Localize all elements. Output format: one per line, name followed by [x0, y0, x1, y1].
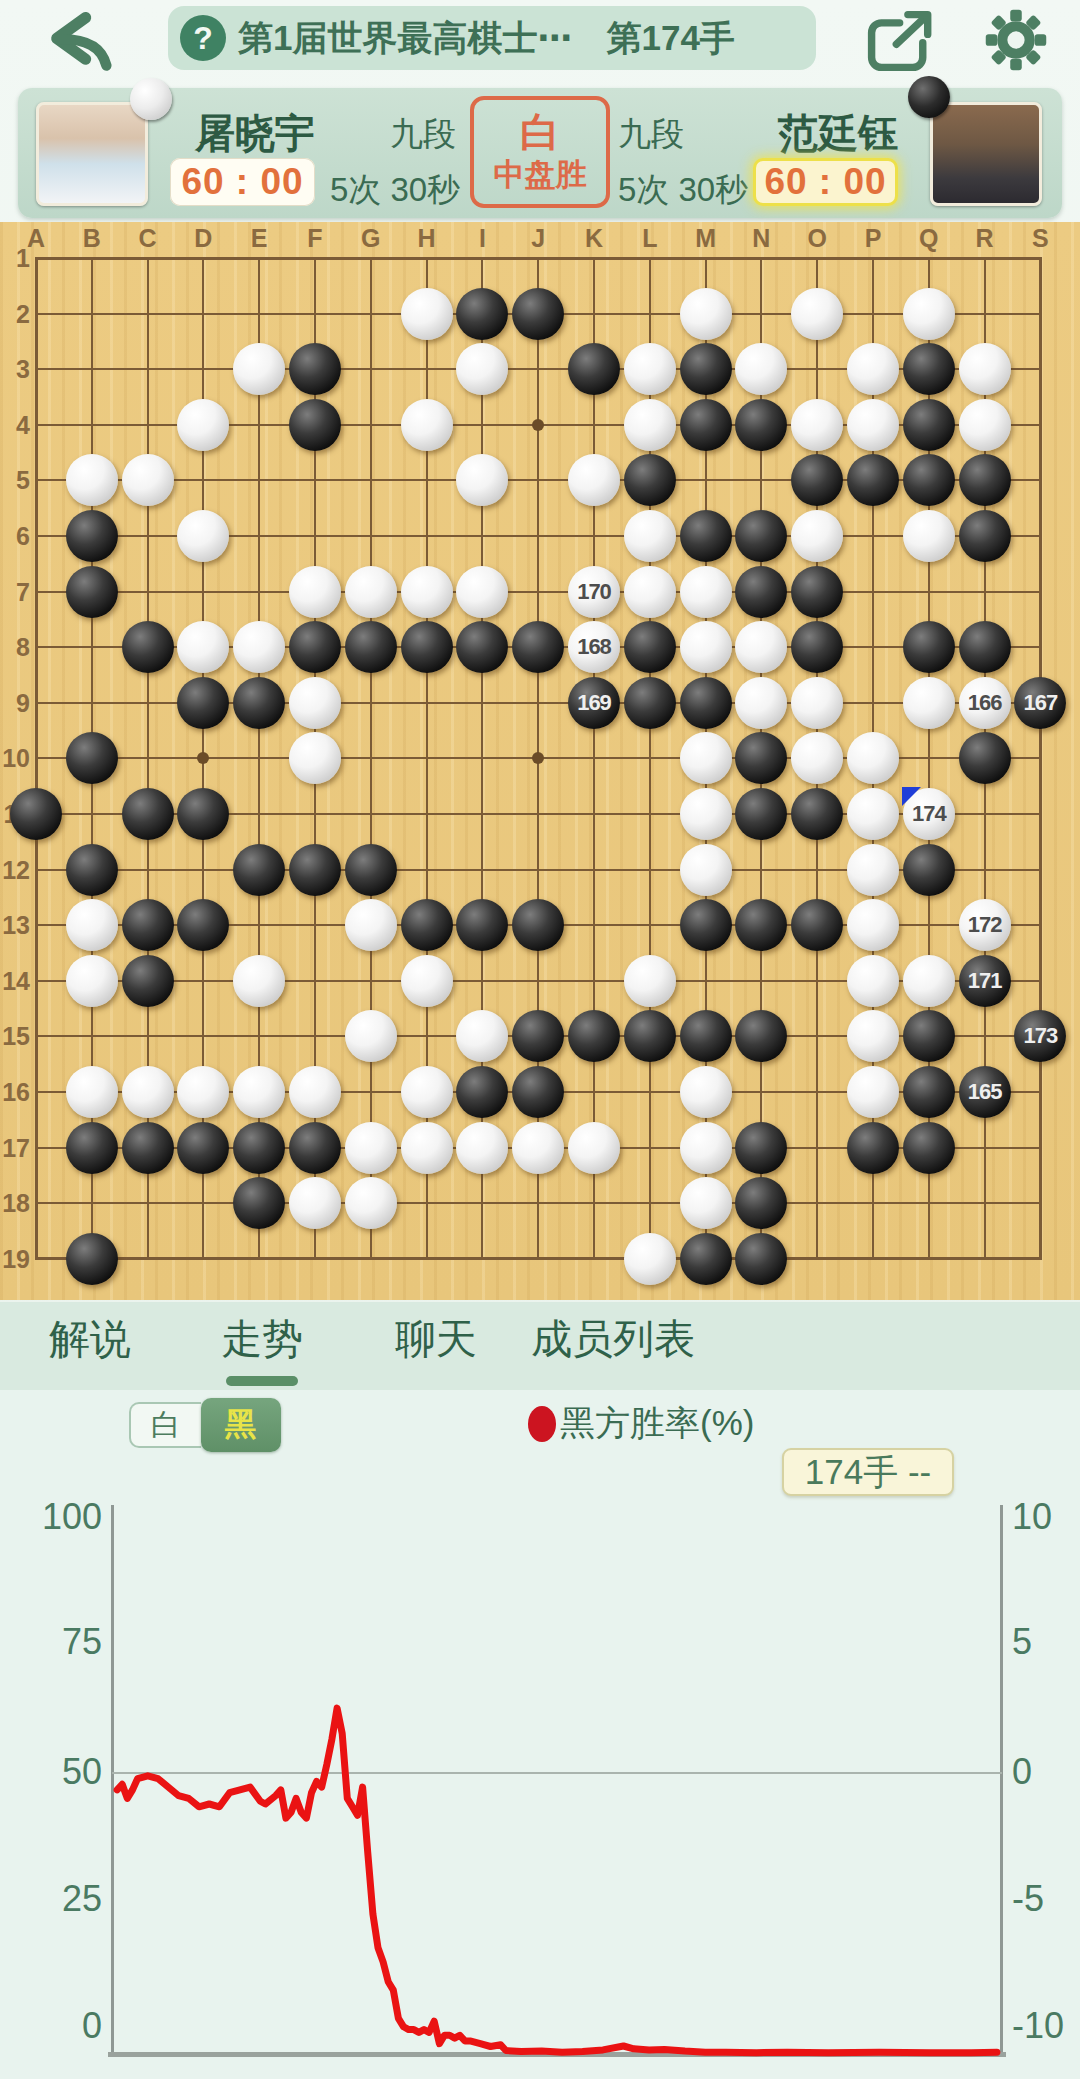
board-coord-number: 14 — [0, 967, 30, 996]
board-coord-number: 13 — [0, 911, 30, 940]
white-stone — [735, 621, 787, 673]
black-stone — [66, 510, 118, 562]
last-move-triangle-marker — [902, 787, 921, 806]
move-number-label: 172 — [959, 899, 1011, 951]
top-bar: ? 第1届世界最高棋士⋯ 第174手 — [0, 0, 1080, 82]
white-stone — [456, 454, 508, 506]
white-stone — [289, 1177, 341, 1229]
black-stone — [289, 1122, 341, 1174]
white-stone — [401, 288, 453, 340]
white-stone — [624, 566, 676, 618]
black-stone — [456, 1066, 508, 1118]
move-counter: 第174手 — [606, 15, 734, 62]
white-stone — [624, 510, 676, 562]
board-coord-letter: K — [574, 224, 614, 253]
black-stone — [512, 288, 564, 340]
white-stone — [289, 732, 341, 784]
board-coord-number: 7 — [0, 578, 30, 607]
white-stone — [624, 955, 676, 1007]
white-stone — [903, 510, 955, 562]
white-stone — [345, 1177, 397, 1229]
white-stone — [345, 1122, 397, 1174]
white-stone — [177, 621, 229, 673]
black-stone — [903, 343, 955, 395]
board-coord-letter: M — [686, 224, 726, 253]
go-board[interactable]: A1B2C3D4E5F6G7H8I9J10K11L12M13N14O15P16Q… — [0, 222, 1080, 1300]
board-coord-number: 5 — [0, 466, 30, 495]
white-stone — [903, 288, 955, 340]
black-stone — [122, 955, 174, 1007]
white-stone — [959, 399, 1011, 451]
white-stone — [66, 1066, 118, 1118]
black-stone: 167 — [1014, 677, 1066, 729]
black-stone — [177, 1122, 229, 1174]
black-stone — [680, 510, 732, 562]
white-stone: 174 — [903, 788, 955, 840]
white-stone — [122, 1066, 174, 1118]
result-type: 中盘胜 — [494, 155, 587, 195]
help-question-icon[interactable]: ? — [180, 15, 226, 61]
game-result-box: 白 中盘胜 — [470, 96, 610, 208]
black-stone — [735, 788, 787, 840]
white-stone — [624, 399, 676, 451]
white-byoyomi: 5次 30秒 — [330, 168, 460, 213]
black-stone — [735, 566, 787, 618]
board-coord-letter: N — [741, 224, 781, 253]
tab-commentary[interactable]: 解说 — [42, 1312, 138, 1382]
black-stone — [122, 788, 174, 840]
black-stone — [735, 1122, 787, 1174]
white-player-name: 屠晓宇 — [170, 106, 340, 161]
white-stone — [847, 1066, 899, 1118]
black-stone — [512, 1010, 564, 1062]
white-stone — [66, 899, 118, 951]
white-stone — [680, 788, 732, 840]
player-photo-white — [36, 102, 148, 206]
black-player-clock: 60 : 00 — [753, 158, 898, 206]
white-stone — [233, 1066, 285, 1118]
white-stone — [233, 343, 285, 395]
black-stone — [512, 899, 564, 951]
white-stone — [401, 399, 453, 451]
black-stone — [624, 677, 676, 729]
white-stone — [568, 1122, 620, 1174]
black-stone — [289, 399, 341, 451]
board-coord-number: 18 — [0, 1189, 30, 1218]
board-coord-number: 4 — [0, 411, 30, 440]
black-stone — [903, 399, 955, 451]
white-player-rank: 九段 — [390, 112, 456, 157]
black-stone — [66, 566, 118, 618]
white-stone — [680, 1122, 732, 1174]
white-stone — [847, 343, 899, 395]
board-coord-number: 17 — [0, 1134, 30, 1163]
black-stone: 171 — [959, 955, 1011, 1007]
board-coord-letter: D — [183, 224, 223, 253]
white-stone — [959, 343, 1011, 395]
black-stone — [680, 343, 732, 395]
white-stone — [401, 1066, 453, 1118]
black-stone — [735, 899, 787, 951]
white-stone — [568, 454, 620, 506]
board-coord-number: 16 — [0, 1078, 30, 1107]
white-stone — [791, 288, 843, 340]
black-stone — [680, 399, 732, 451]
back-arrow-icon[interactable] — [30, 8, 122, 72]
white-stone — [289, 677, 341, 729]
white-stone — [847, 732, 899, 784]
board-coord-number: 15 — [0, 1022, 30, 1051]
white-stone — [233, 621, 285, 673]
board-coord-letter: L — [630, 224, 670, 253]
game-title: 第1届世界最高棋士⋯ — [238, 15, 572, 62]
move-number-label: 169 — [568, 677, 620, 729]
player-photo-black — [930, 102, 1042, 206]
star-point — [197, 752, 209, 764]
board-coord-number: 10 — [0, 744, 30, 773]
black-stone — [10, 788, 62, 840]
move-number-label: 170 — [568, 566, 620, 618]
black-stone — [345, 844, 397, 896]
white-stone — [791, 399, 843, 451]
white-stone — [680, 732, 732, 784]
black-stone — [735, 510, 787, 562]
board-coord-number: 2 — [0, 300, 30, 329]
white-stone — [680, 288, 732, 340]
board-coord-number: 3 — [0, 355, 30, 384]
white-stone — [289, 1066, 341, 1118]
black-stone: 169 — [568, 677, 620, 729]
black-stone — [735, 1010, 787, 1062]
black-stone — [847, 1122, 899, 1174]
board-coord-letter: F — [295, 224, 335, 253]
black-stone — [122, 899, 174, 951]
board-coord-letter: J — [518, 224, 558, 253]
move-number-label: 166 — [959, 677, 1011, 729]
board-coord-letter: O — [797, 224, 837, 253]
black-stone: 173 — [1014, 1010, 1066, 1062]
black-stone — [735, 1177, 787, 1229]
move-number-label: 168 — [568, 621, 620, 673]
white-stone — [680, 621, 732, 673]
board-coord-letter: G — [351, 224, 391, 253]
white-stone-indicator-icon — [130, 78, 172, 120]
white-stone — [456, 1122, 508, 1174]
white-stone — [735, 677, 787, 729]
tab-trend[interactable]: 走势 — [214, 1312, 310, 1382]
white-stone — [847, 788, 899, 840]
black-stone — [791, 788, 843, 840]
board-coord-letter: P — [853, 224, 893, 253]
black-stone — [624, 1010, 676, 1062]
white-stone — [847, 1010, 899, 1062]
board-coord-letter: H — [407, 224, 447, 253]
black-stone — [903, 1122, 955, 1174]
win-rate-curve — [0, 1390, 1080, 2079]
black-stone — [66, 844, 118, 896]
white-stone — [456, 343, 508, 395]
white-stone — [680, 1177, 732, 1229]
white-stone: 168 — [568, 621, 620, 673]
black-stone — [177, 788, 229, 840]
white-stone — [624, 343, 676, 395]
black-stone — [959, 621, 1011, 673]
board-grid-line — [35, 1202, 1042, 1204]
black-stone — [735, 399, 787, 451]
board-coord-letter: E — [239, 224, 279, 253]
win-rate-chart-panel: 白 黑 黑方胜率(%) 174手 -- 10075502501050-5-10 — [0, 1390, 1080, 2079]
gear-icon[interactable] — [976, 4, 1056, 76]
black-stone — [233, 677, 285, 729]
black-stone — [680, 677, 732, 729]
board-coord-number: 19 — [0, 1245, 30, 1274]
black-stone — [456, 899, 508, 951]
black-stone — [735, 1233, 787, 1285]
black-stone — [903, 621, 955, 673]
board-coord-letter: S — [1020, 224, 1060, 253]
white-stone — [401, 566, 453, 618]
white-stone — [122, 454, 174, 506]
white-stone — [735, 343, 787, 395]
move-number-label: 173 — [1014, 1010, 1066, 1062]
player-info-panel: 屠晓宇 60 : 00 九段 5次 30秒 白 中盘胜 九段 5次 30秒 范廷… — [18, 88, 1062, 218]
star-point — [532, 419, 544, 431]
tab-bar: 解说 走势 聊天 成员列表 — [0, 1302, 1080, 1390]
black-stone — [791, 566, 843, 618]
tab-chat[interactable]: 聊天 — [388, 1312, 484, 1382]
black-stone — [903, 454, 955, 506]
black-stone — [847, 454, 899, 506]
black-stone — [345, 621, 397, 673]
white-stone — [66, 955, 118, 1007]
board-coord-number: 8 — [0, 633, 30, 662]
black-stone — [66, 732, 118, 784]
black-stone — [512, 1066, 564, 1118]
white-stone — [791, 677, 843, 729]
black-stone — [177, 899, 229, 951]
black-stone — [903, 1010, 955, 1062]
white-stone — [177, 1066, 229, 1118]
white-stone — [847, 899, 899, 951]
white-stone — [512, 1122, 564, 1174]
black-stone — [903, 844, 955, 896]
board-grid-line — [35, 1257, 1042, 1260]
black-stone — [233, 1122, 285, 1174]
black-stone — [568, 343, 620, 395]
board-coord-number: 6 — [0, 522, 30, 551]
white-stone — [680, 566, 732, 618]
white-stone — [177, 510, 229, 562]
white-stone — [903, 677, 955, 729]
black-stone — [122, 621, 174, 673]
white-stone — [847, 844, 899, 896]
black-stone — [680, 1010, 732, 1062]
move-number-label: 171 — [959, 955, 1011, 1007]
white-stone — [66, 454, 118, 506]
white-stone — [791, 732, 843, 784]
white-stone — [233, 955, 285, 1007]
active-tab-underline — [226, 1376, 298, 1386]
black-stone — [289, 343, 341, 395]
white-stone — [177, 399, 229, 451]
white-player-clock: 60 : 00 — [170, 158, 315, 206]
black-stone — [735, 732, 787, 784]
result-winner: 白 — [520, 109, 560, 155]
white-stone — [289, 566, 341, 618]
white-stone — [847, 399, 899, 451]
black-stone — [791, 899, 843, 951]
black-stone — [791, 454, 843, 506]
black-stone — [289, 621, 341, 673]
app-screen: ? 第1届世界最高棋士⋯ 第174手 屠晓宇 60 : 00 九段 5次 30秒… — [0, 0, 1080, 2079]
black-stone — [624, 454, 676, 506]
black-stone — [680, 899, 732, 951]
black-player-rank: 九段 — [618, 112, 684, 157]
black-stone — [401, 899, 453, 951]
board-coord-number: 1 — [0, 244, 30, 273]
black-stone — [680, 1233, 732, 1285]
white-stone — [680, 844, 732, 896]
black-stone — [456, 288, 508, 340]
board-coord-letter: C — [128, 224, 168, 253]
white-stone — [847, 955, 899, 1007]
white-stone — [401, 1122, 453, 1174]
black-stone — [177, 677, 229, 729]
black-stone — [512, 621, 564, 673]
black-stone — [959, 510, 1011, 562]
black-stone — [568, 1010, 620, 1062]
white-stone: 166 — [959, 677, 1011, 729]
white-stone — [680, 1066, 732, 1118]
black-stone — [289, 844, 341, 896]
white-stone — [345, 566, 397, 618]
white-stone — [345, 899, 397, 951]
black-stone: 165 — [959, 1066, 1011, 1118]
black-stone — [233, 1177, 285, 1229]
black-stone — [66, 1233, 118, 1285]
black-byoyomi: 5次 30秒 — [618, 168, 748, 213]
board-coord-letter: B — [72, 224, 112, 253]
white-stone — [456, 566, 508, 618]
white-stone — [401, 955, 453, 1007]
white-stone: 172 — [959, 899, 1011, 951]
board-coord-number: 12 — [0, 856, 30, 885]
black-stone — [624, 621, 676, 673]
white-stone — [624, 1233, 676, 1285]
white-stone: 170 — [568, 566, 620, 618]
black-stone — [66, 1122, 118, 1174]
white-stone — [345, 1010, 397, 1062]
black-stone — [122, 1122, 174, 1174]
black-stone — [791, 621, 843, 673]
tab-member-list[interactable]: 成员列表 — [518, 1312, 708, 1382]
board-coord-letter: R — [965, 224, 1005, 253]
black-stone — [959, 732, 1011, 784]
game-title-pill[interactable]: ? 第1届世界最高棋士⋯ 第174手 — [168, 6, 816, 70]
board-coord-letter: Q — [909, 224, 949, 253]
white-stone — [903, 955, 955, 1007]
white-stone — [791, 510, 843, 562]
white-stone — [456, 1010, 508, 1062]
black-stone — [903, 1066, 955, 1118]
board-grid-line — [593, 257, 595, 1261]
move-number-label: 167 — [1014, 677, 1066, 729]
board-coord-number: 9 — [0, 689, 30, 718]
black-stone — [233, 844, 285, 896]
black-stone — [456, 621, 508, 673]
star-point — [532, 752, 544, 764]
black-stone — [401, 621, 453, 673]
board-coord-letter: I — [462, 224, 502, 253]
black-stone — [959, 454, 1011, 506]
share-icon[interactable] — [856, 8, 940, 74]
board-grid-line — [1039, 257, 1042, 1261]
move-number-label: 165 — [959, 1066, 1011, 1118]
black-stone-indicator-icon — [908, 76, 950, 118]
black-player-name: 范廷钰 — [753, 106, 923, 161]
